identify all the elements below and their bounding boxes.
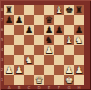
square-h3[interactable] [74, 55, 84, 65]
file-label-D: D [34, 85, 44, 90]
square-c7[interactable] [24, 15, 34, 25]
square-g3[interactable] [64, 55, 74, 65]
square-e5[interactable]: ♞ [44, 35, 54, 45]
piece-black-rook[interactable]: ♜ [75, 5, 83, 15]
square-a8[interactable]: ♜ [4, 5, 14, 15]
square-e4[interactable]: ♟ [44, 45, 54, 55]
piece-white-pawn[interactable]: ♟ [75, 65, 83, 75]
piece-white-bishop[interactable]: ♝ [55, 5, 63, 15]
square-c5[interactable] [24, 35, 34, 45]
square-b4[interactable] [14, 45, 24, 55]
square-c2[interactable] [24, 65, 34, 75]
piece-black-pawn[interactable]: ♟ [55, 25, 63, 35]
square-h1[interactable] [74, 75, 84, 85]
piece-black-pawn[interactable]: ♟ [75, 25, 83, 35]
square-c6[interactable]: ♟ [24, 25, 34, 35]
square-a4[interactable] [4, 45, 14, 55]
square-c8[interactable] [24, 5, 34, 15]
square-f4[interactable] [54, 45, 64, 55]
square-b8[interactable] [14, 5, 24, 15]
piece-white-pawn[interactable]: ♟ [5, 65, 13, 75]
square-h7[interactable] [74, 15, 84, 25]
file-label-H: H [74, 85, 84, 90]
square-d8[interactable] [34, 5, 44, 15]
square-e2[interactable] [44, 65, 54, 75]
square-d5[interactable] [34, 35, 44, 45]
square-d7[interactable] [34, 15, 44, 25]
square-b1[interactable] [14, 75, 24, 85]
file-label-A: A [4, 85, 14, 90]
chess-board-frame: 87654321 ♜♝♚♜♟♟♛♟♟♟♟♞♝♞♟♞♟♟♟♟♛♚ ABCDEFGH [0, 0, 91, 90]
square-a6[interactable] [4, 25, 14, 35]
square-g1[interactable]: ♚ [64, 75, 74, 85]
square-f8[interactable]: ♝ [54, 5, 64, 15]
square-f1[interactable] [54, 75, 64, 85]
square-d4[interactable] [34, 45, 44, 55]
square-c3[interactable]: ♞ [24, 55, 34, 65]
square-b2[interactable]: ♟ [14, 65, 24, 75]
piece-black-pawn[interactable]: ♟ [5, 15, 13, 25]
square-g8[interactable]: ♚ [64, 5, 74, 15]
square-d6[interactable] [34, 25, 44, 35]
file-labels: ABCDEFGH [4, 85, 84, 90]
square-h8[interactable]: ♜ [74, 5, 84, 15]
file-label-F: F [54, 85, 64, 90]
square-h2[interactable]: ♟ [74, 65, 84, 75]
square-a1[interactable] [4, 75, 14, 85]
chess-board[interactable]: ♜♝♚♜♟♟♛♟♟♟♟♞♝♞♟♞♟♟♟♟♛♚ [4, 5, 84, 85]
piece-white-pawn[interactable]: ♟ [15, 65, 23, 75]
piece-black-king[interactable]: ♚ [65, 5, 73, 15]
square-a7[interactable]: ♟ [4, 15, 14, 25]
piece-black-pawn[interactable]: ♟ [25, 25, 33, 35]
file-label-G: G [64, 85, 74, 90]
square-b6[interactable] [14, 25, 24, 35]
square-h6[interactable]: ♟ [74, 25, 84, 35]
square-d3[interactable] [34, 55, 44, 65]
square-f3[interactable] [54, 55, 64, 65]
square-c1[interactable] [24, 75, 34, 85]
piece-black-knight[interactable]: ♞ [45, 35, 53, 45]
square-e7[interactable]: ♛ [44, 15, 54, 25]
square-f5[interactable] [54, 35, 64, 45]
square-b5[interactable] [14, 35, 24, 45]
square-g4[interactable] [64, 45, 74, 55]
square-f6[interactable]: ♟ [54, 25, 64, 35]
square-d2[interactable] [34, 65, 44, 75]
piece-black-queen[interactable]: ♛ [45, 15, 53, 25]
square-h4[interactable] [74, 45, 84, 55]
square-h5[interactable]: ♞ [74, 35, 84, 45]
file-label-E: E [44, 85, 54, 90]
piece-white-king[interactable]: ♚ [65, 75, 73, 85]
piece-black-pawn[interactable]: ♟ [15, 15, 23, 25]
square-f2[interactable] [54, 65, 64, 75]
square-a2[interactable]: ♟ [4, 65, 14, 75]
square-e8[interactable] [44, 5, 54, 15]
square-g5[interactable]: ♝ [64, 35, 74, 45]
square-g2[interactable]: ♟ [64, 65, 74, 75]
square-f7[interactable] [54, 15, 64, 25]
piece-white-pawn[interactable]: ♟ [65, 65, 73, 75]
square-a3[interactable] [4, 55, 14, 65]
square-g6[interactable] [64, 25, 74, 35]
square-g7[interactable] [64, 15, 74, 25]
square-b7[interactable]: ♟ [14, 15, 24, 25]
piece-white-pawn[interactable]: ♟ [45, 45, 53, 55]
square-e1[interactable] [44, 75, 54, 85]
piece-white-knight[interactable]: ♞ [75, 35, 83, 45]
file-label-C: C [24, 85, 34, 90]
piece-black-pawn[interactable]: ♟ [45, 25, 53, 35]
file-label-B: B [14, 85, 24, 90]
square-d1[interactable]: ♛ [34, 75, 44, 85]
square-a5[interactable] [4, 35, 14, 45]
piece-white-bishop[interactable]: ♝ [65, 35, 73, 45]
piece-white-knight[interactable]: ♞ [25, 55, 33, 65]
piece-white-queen[interactable]: ♛ [35, 75, 43, 85]
square-e3[interactable] [44, 55, 54, 65]
square-e6[interactable]: ♟ [44, 25, 54, 35]
piece-black-rook[interactable]: ♜ [5, 5, 13, 15]
square-c4[interactable] [24, 45, 34, 55]
square-b3[interactable] [14, 55, 24, 65]
